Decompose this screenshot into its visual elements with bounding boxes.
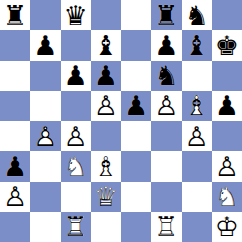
square-g8[interactable]: ♞ bbox=[182, 0, 212, 30]
square-d4[interactable] bbox=[91, 121, 121, 151]
square-b4[interactable]: ♟♙ bbox=[30, 121, 60, 151]
piece-white-knight-outline: ♘ bbox=[61, 151, 91, 181]
square-c2[interactable] bbox=[61, 182, 91, 212]
square-h5[interactable]: ♟ bbox=[212, 91, 242, 121]
square-f6[interactable]: ♞ bbox=[151, 61, 181, 91]
piece-black-pawn[interactable]: ♟ bbox=[30, 30, 60, 60]
square-d6[interactable]: ♟ bbox=[91, 61, 121, 91]
square-c8[interactable]: ♛ bbox=[61, 0, 91, 30]
square-d5[interactable]: ♟♙ bbox=[91, 91, 121, 121]
piece-white-pawn-outline: ♙ bbox=[30, 121, 60, 151]
piece-white-rook-outline: ♖ bbox=[61, 212, 91, 242]
square-a8[interactable]: ♜ bbox=[0, 0, 30, 30]
square-g3[interactable] bbox=[182, 151, 212, 181]
piece-black-knight[interactable]: ♞ bbox=[151, 61, 181, 91]
chess-board: ♜♛♜♞♟♝♟♝♚♟♟♞♟♙♟♟♙♝♗♟♟♙♟♙♟♙♟♞♘♝♗♟♙♟♙♛♕♞♘♜… bbox=[0, 0, 242, 242]
square-a7[interactable] bbox=[0, 30, 30, 60]
piece-black-pawn[interactable]: ♟ bbox=[91, 61, 121, 91]
piece-white-king-outline: ♔ bbox=[212, 212, 242, 242]
square-e6[interactable] bbox=[121, 61, 151, 91]
square-d2[interactable]: ♛♕ bbox=[91, 182, 121, 212]
square-g2[interactable] bbox=[182, 182, 212, 212]
piece-black-pawn[interactable]: ♟ bbox=[61, 61, 91, 91]
piece-black-bishop[interactable]: ♝ bbox=[91, 30, 121, 60]
piece-white-pawn-outline: ♙ bbox=[61, 121, 91, 151]
square-c7[interactable] bbox=[61, 30, 91, 60]
square-a6[interactable] bbox=[0, 61, 30, 91]
square-e4[interactable] bbox=[121, 121, 151, 151]
square-f4[interactable] bbox=[151, 121, 181, 151]
square-e1[interactable] bbox=[121, 212, 151, 242]
square-a5[interactable] bbox=[0, 91, 30, 121]
piece-white-pawn-outline: ♙ bbox=[0, 182, 30, 212]
square-b7[interactable]: ♟ bbox=[30, 30, 60, 60]
piece-white-pawn-outline: ♙ bbox=[151, 91, 181, 121]
square-a4[interactable] bbox=[0, 121, 30, 151]
piece-black-rook[interactable]: ♜ bbox=[151, 0, 181, 30]
square-e8[interactable] bbox=[121, 0, 151, 30]
piece-black-bishop[interactable]: ♝ bbox=[182, 30, 212, 60]
square-h1[interactable]: ♚♔ bbox=[212, 212, 242, 242]
square-a2[interactable]: ♟♙ bbox=[0, 182, 30, 212]
square-c4[interactable]: ♟♙ bbox=[61, 121, 91, 151]
square-b1[interactable] bbox=[30, 212, 60, 242]
square-c3[interactable]: ♞♘ bbox=[61, 151, 91, 181]
square-c6[interactable]: ♟ bbox=[61, 61, 91, 91]
piece-black-king[interactable]: ♚ bbox=[212, 30, 242, 60]
square-e2[interactable] bbox=[121, 182, 151, 212]
square-b8[interactable] bbox=[30, 0, 60, 30]
square-f5[interactable]: ♟♙ bbox=[151, 91, 181, 121]
piece-white-queen-outline: ♕ bbox=[91, 182, 121, 212]
piece-white-pawn-outline: ♙ bbox=[212, 151, 242, 181]
square-d8[interactable] bbox=[91, 0, 121, 30]
square-g5[interactable]: ♝♗ bbox=[182, 91, 212, 121]
piece-black-pawn[interactable]: ♟ bbox=[121, 91, 151, 121]
square-d3[interactable]: ♝♗ bbox=[91, 151, 121, 181]
square-f3[interactable] bbox=[151, 151, 181, 181]
piece-black-pawn[interactable]: ♟ bbox=[151, 30, 181, 60]
piece-white-pawn-outline: ♙ bbox=[182, 121, 212, 151]
piece-black-pawn[interactable]: ♟ bbox=[212, 91, 242, 121]
square-b3[interactable] bbox=[30, 151, 60, 181]
square-f8[interactable]: ♜ bbox=[151, 0, 181, 30]
square-c1[interactable]: ♜♖ bbox=[61, 212, 91, 242]
square-f1[interactable]: ♜♖ bbox=[151, 212, 181, 242]
piece-black-knight[interactable]: ♞ bbox=[182, 0, 212, 30]
square-c5[interactable] bbox=[61, 91, 91, 121]
square-g4[interactable]: ♟♙ bbox=[182, 121, 212, 151]
square-e3[interactable] bbox=[121, 151, 151, 181]
square-d7[interactable]: ♝ bbox=[91, 30, 121, 60]
square-f7[interactable]: ♟ bbox=[151, 30, 181, 60]
piece-white-knight-outline: ♘ bbox=[212, 182, 242, 212]
piece-black-rook[interactable]: ♜ bbox=[0, 0, 30, 30]
square-h7[interactable]: ♚ bbox=[212, 30, 242, 60]
piece-white-bishop-outline: ♗ bbox=[91, 151, 121, 181]
square-h3[interactable]: ♟♙ bbox=[212, 151, 242, 181]
square-a1[interactable] bbox=[0, 212, 30, 242]
piece-black-pawn[interactable]: ♟ bbox=[0, 151, 30, 181]
square-g7[interactable]: ♝ bbox=[182, 30, 212, 60]
square-e7[interactable] bbox=[121, 30, 151, 60]
square-h8[interactable] bbox=[212, 0, 242, 30]
square-h4[interactable] bbox=[212, 121, 242, 151]
square-d1[interactable] bbox=[91, 212, 121, 242]
piece-white-pawn-outline: ♙ bbox=[91, 91, 121, 121]
square-g1[interactable] bbox=[182, 212, 212, 242]
square-b6[interactable] bbox=[30, 61, 60, 91]
square-b2[interactable] bbox=[30, 182, 60, 212]
square-h2[interactable]: ♞♘ bbox=[212, 182, 242, 212]
square-b5[interactable] bbox=[30, 91, 60, 121]
square-g6[interactable] bbox=[182, 61, 212, 91]
square-f2[interactable] bbox=[151, 182, 181, 212]
square-a3[interactable]: ♟ bbox=[0, 151, 30, 181]
piece-white-bishop-outline: ♗ bbox=[182, 91, 212, 121]
piece-black-queen[interactable]: ♛ bbox=[61, 0, 91, 30]
piece-white-rook-outline: ♖ bbox=[151, 212, 181, 242]
square-e5[interactable]: ♟ bbox=[121, 91, 151, 121]
square-h6[interactable] bbox=[212, 61, 242, 91]
